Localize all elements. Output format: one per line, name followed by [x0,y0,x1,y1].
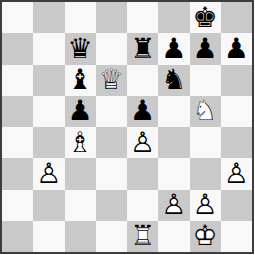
square-b2[interactable] [33,190,64,221]
square-f5[interactable] [158,96,189,127]
piece-white-pawn-g2: ♟♙ [190,190,221,221]
square-d6[interactable]: ♛♕ [96,65,127,96]
square-c4[interactable]: ♝♗ [65,127,96,158]
square-f7[interactable]: ♟ [158,33,189,64]
piece-black-pawn-f7: ♟ [158,33,189,64]
square-f8[interactable] [158,2,189,33]
square-a7[interactable] [2,33,33,64]
chessboard: ♚♛♜♟♟♟♝♛♕♞♟♟♞♘♝♗♟♙♟♙♟♙♟♙♟♙♜♖♚♔ [0,0,254,254]
square-e4[interactable]: ♟♙ [127,127,158,158]
piece-white-king-g1: ♚♔ [190,221,221,252]
piece-outline-layer: ♖ [127,221,158,252]
square-g1[interactable]: ♚♔ [190,221,221,252]
square-e2[interactable] [127,190,158,221]
square-h3[interactable]: ♟♙ [221,158,252,189]
square-e3[interactable] [127,158,158,189]
piece-white-queen-d6: ♛♕ [96,65,127,96]
square-d1[interactable] [96,221,127,252]
square-h8[interactable] [221,2,252,33]
square-e7[interactable]: ♜ [127,33,158,64]
square-f4[interactable] [158,127,189,158]
square-c8[interactable] [65,2,96,33]
square-d4[interactable] [96,127,127,158]
square-d8[interactable] [96,2,127,33]
piece-white-pawn-f2: ♟♙ [158,190,189,221]
square-a6[interactable] [2,65,33,96]
piece-white-rook-e1: ♜♖ [127,221,158,252]
square-a4[interactable] [2,127,33,158]
piece-black-pawn-h7: ♟ [221,33,252,64]
square-b1[interactable] [33,221,64,252]
piece-outline-layer: ♕ [96,65,127,96]
square-e5[interactable]: ♟ [127,96,158,127]
square-h4[interactable] [221,127,252,158]
piece-black-pawn-c5: ♟ [65,96,96,127]
square-b8[interactable] [33,2,64,33]
square-e1[interactable]: ♜♖ [127,221,158,252]
square-b5[interactable] [33,96,64,127]
square-c7[interactable]: ♛ [65,33,96,64]
piece-outline-layer: ♙ [127,127,158,158]
square-g2[interactable]: ♟♙ [190,190,221,221]
square-g5[interactable]: ♞♘ [190,96,221,127]
square-g7[interactable]: ♟ [190,33,221,64]
square-d3[interactable] [96,158,127,189]
square-c3[interactable] [65,158,96,189]
square-d2[interactable] [96,190,127,221]
square-e8[interactable] [127,2,158,33]
piece-white-pawn-b3: ♟♙ [33,158,64,189]
square-b4[interactable] [33,127,64,158]
piece-black-queen-c7: ♛ [65,33,96,64]
square-g4[interactable] [190,127,221,158]
square-a3[interactable] [2,158,33,189]
page-background: ♚♛♜♟♟♟♝♛♕♞♟♟♞♘♝♗♟♙♟♙♟♙♟♙♟♙♜♖♚♔ [0,0,255,255]
square-c2[interactable] [65,190,96,221]
square-h6[interactable] [221,65,252,96]
piece-outline-layer: ♙ [158,190,189,221]
square-g8[interactable]: ♚ [190,2,221,33]
square-f3[interactable] [158,158,189,189]
square-f6[interactable]: ♞ [158,65,189,96]
square-c1[interactable] [65,221,96,252]
square-c6[interactable]: ♝ [65,65,96,96]
piece-outline-layer: ♙ [190,190,221,221]
square-h1[interactable] [221,221,252,252]
square-a8[interactable] [2,2,33,33]
square-h5[interactable] [221,96,252,127]
square-b7[interactable] [33,33,64,64]
square-b6[interactable] [33,65,64,96]
piece-black-pawn-e5: ♟ [127,96,158,127]
square-a5[interactable] [2,96,33,127]
square-a2[interactable] [2,190,33,221]
square-h2[interactable] [221,190,252,221]
piece-black-king-g8: ♚ [190,2,221,33]
piece-black-rook-e7: ♜ [127,33,158,64]
piece-white-pawn-h3: ♟♙ [221,158,252,189]
piece-outline-layer: ♘ [190,96,221,127]
piece-white-bishop-c4: ♝♗ [65,127,96,158]
square-f2[interactable]: ♟♙ [158,190,189,221]
square-d7[interactable] [96,33,127,64]
piece-black-knight-f6: ♞ [158,65,189,96]
square-d5[interactable] [96,96,127,127]
piece-outline-layer: ♗ [65,127,96,158]
piece-white-knight-g5: ♞♘ [190,96,221,127]
square-c5[interactable]: ♟ [65,96,96,127]
piece-white-pawn-e4: ♟♙ [127,127,158,158]
square-a1[interactable] [2,221,33,252]
square-e6[interactable] [127,65,158,96]
square-f1[interactable] [158,221,189,252]
square-b3[interactable]: ♟♙ [33,158,64,189]
piece-outline-layer: ♔ [190,221,221,252]
piece-black-pawn-g7: ♟ [190,33,221,64]
piece-black-bishop-c6: ♝ [65,65,96,96]
square-g3[interactable] [190,158,221,189]
square-h7[interactable]: ♟ [221,33,252,64]
piece-outline-layer: ♙ [33,158,64,189]
square-g6[interactable] [190,65,221,96]
piece-outline-layer: ♙ [221,158,252,189]
